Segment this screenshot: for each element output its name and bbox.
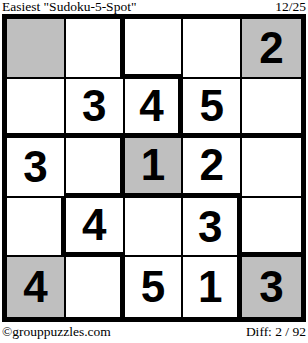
cell-r3c3[interactable]: 1: [125, 138, 184, 198]
cell-r3c5[interactable]: [242, 138, 301, 198]
cell-r4c5[interactable]: [242, 198, 301, 258]
puzzle-title: Easiest "Sudoku-5-Spot": [2, 0, 136, 14]
cell-r1c2[interactable]: [66, 19, 125, 79]
cell-r5c5[interactable]: 3: [242, 257, 301, 317]
cell-r2c3[interactable]: 4: [125, 79, 184, 139]
cell-r3c1[interactable]: 3: [7, 138, 66, 198]
puzzle-counter: 12/25: [275, 0, 306, 14]
cell-r2c4[interactable]: 5: [183, 79, 242, 139]
cell-r5c4[interactable]: 1: [183, 257, 242, 317]
header: Easiest "Sudoku-5-Spot" 12/25: [0, 0, 308, 14]
cell-r3c4[interactable]: 2: [183, 138, 242, 198]
copyright-text: ©grouppuzzles.com: [2, 324, 111, 340]
cell-r4c1[interactable]: [7, 198, 66, 258]
footer: ©grouppuzzles.com Diff: 2 / 92: [0, 322, 308, 343]
cell-r1c4[interactable]: [183, 19, 242, 79]
cell-r1c3[interactable]: [125, 19, 184, 79]
cell-r2c5[interactable]: [242, 79, 301, 139]
difficulty-text: Diff: 2 / 92: [246, 324, 306, 340]
cell-r2c1[interactable]: [7, 79, 66, 139]
cell-r4c2[interactable]: 4: [66, 198, 125, 258]
cell-r4c3[interactable]: [125, 198, 184, 258]
cell-r1c5[interactable]: 2: [242, 19, 301, 79]
cell-r4c4[interactable]: 3: [183, 198, 242, 258]
cell-r5c3[interactable]: 5: [125, 257, 184, 317]
cell-r3c2[interactable]: [66, 138, 125, 198]
cell-r1c1[interactable]: [7, 19, 66, 79]
sudoku-board: 2345312434513: [2, 14, 306, 322]
puzzle-page: Easiest "Sudoku-5-Spot" 12/25 2345312434…: [0, 0, 308, 343]
cell-r5c2[interactable]: [66, 257, 125, 317]
cell-r5c1[interactable]: 4: [7, 257, 66, 317]
cell-r2c2[interactable]: 3: [66, 79, 125, 139]
